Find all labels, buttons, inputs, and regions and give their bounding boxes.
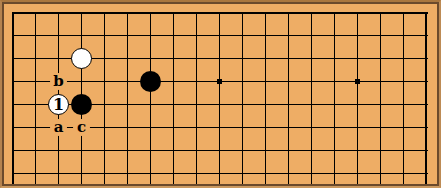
intersection-c13-r2[interactable]: [277, 24, 300, 47]
intersection-c14-r5[interactable]: [300, 93, 323, 116]
intersection-c15-r6[interactable]: [323, 116, 346, 139]
intersection-c16-r5[interactable]: [346, 93, 369, 116]
intersection-c9-r1[interactable]: [185, 1, 208, 24]
intersection-c9-r8[interactable]: [185, 162, 208, 185]
intersection-c5-r5[interactable]: [93, 93, 116, 116]
intersection-c1-r8[interactable]: [1, 162, 24, 185]
intersection-c3-r1[interactable]: [47, 1, 70, 24]
go-board: b1ac: [1, 1, 438, 185]
intersection-c18-r2[interactable]: [392, 24, 415, 47]
intersection-c7-r4[interactable]: [139, 70, 162, 93]
intersection-c3-r6[interactable]: a: [47, 116, 70, 139]
intersection-c7-r8[interactable]: [139, 162, 162, 185]
intersection-c13-r4[interactable]: [277, 70, 300, 93]
intersection-c1-r2[interactable]: [1, 24, 24, 47]
intersection-c17-r3[interactable]: [369, 47, 392, 70]
intersection-c2-r1[interactable]: [24, 1, 47, 24]
intersection-c14-r6[interactable]: [300, 116, 323, 139]
intersection-c9-r4[interactable]: [185, 70, 208, 93]
intersection-c5-r8[interactable]: [93, 162, 116, 185]
intersection-c11-r2[interactable]: [231, 24, 254, 47]
intersection-c15-r7[interactable]: [323, 139, 346, 162]
intersection-c19-r7[interactable]: [415, 139, 438, 162]
intersection-c17-r5[interactable]: [369, 93, 392, 116]
intersection-c17-r6[interactable]: [369, 116, 392, 139]
intersection-c8-r2[interactable]: [162, 24, 185, 47]
intersection-c2-r6[interactable]: [24, 116, 47, 139]
intersection-c17-r2[interactable]: [369, 24, 392, 47]
star-point: [217, 79, 222, 84]
white-stone-move-1: 1: [48, 94, 69, 115]
black-stone: [140, 71, 161, 92]
intersection-c11-r5[interactable]: [231, 93, 254, 116]
intersection-c19-r4[interactable]: [415, 70, 438, 93]
intersection-c2-r2[interactable]: [24, 24, 47, 47]
intersection-c3-r7[interactable]: [47, 139, 70, 162]
intersection-c8-r1[interactable]: [162, 1, 185, 24]
intersection-c12-r3[interactable]: [254, 47, 277, 70]
intersection-c19-r6[interactable]: [415, 116, 438, 139]
intersection-c18-r1[interactable]: [392, 1, 415, 24]
intersection-c8-r5[interactable]: [162, 93, 185, 116]
intersection-c9-r3[interactable]: [185, 47, 208, 70]
intersection-c18-r4[interactable]: [392, 70, 415, 93]
intersection-c10-r6[interactable]: [208, 116, 231, 139]
label-b: b: [50, 73, 67, 90]
intersection-c9-r2[interactable]: [185, 24, 208, 47]
intersection-c18-r6[interactable]: [392, 116, 415, 139]
label-c: c: [73, 119, 90, 136]
intersection-c3-r3[interactable]: [47, 47, 70, 70]
intersection-c5-r4[interactable]: [93, 70, 116, 93]
intersection-c8-r7[interactable]: [162, 139, 185, 162]
intersection-c13-r1[interactable]: [277, 1, 300, 24]
intersection-c17-r4[interactable]: [369, 70, 392, 93]
intersection-c10-r1[interactable]: [208, 1, 231, 24]
intersection-c1-r4[interactable]: [1, 70, 24, 93]
intersection-c7-r7[interactable]: [139, 139, 162, 162]
intersection-c5-r2[interactable]: [93, 24, 116, 47]
intersection-c5-r7[interactable]: [93, 139, 116, 162]
intersection-c14-r1[interactable]: [300, 1, 323, 24]
intersection-c11-r4[interactable]: [231, 70, 254, 93]
intersection-c8-r3[interactable]: [162, 47, 185, 70]
intersection-c14-r2[interactable]: [300, 24, 323, 47]
intersection-c2-r3[interactable]: [24, 47, 47, 70]
intersection-c19-r3[interactable]: [415, 47, 438, 70]
white-stone: [71, 48, 92, 69]
intersection-c11-r6[interactable]: [231, 116, 254, 139]
intersection-c13-r7[interactable]: [277, 139, 300, 162]
intersection-c1-r1[interactable]: [1, 1, 24, 24]
intersection-c10-r8[interactable]: [208, 162, 231, 185]
intersection-c18-r7[interactable]: [392, 139, 415, 162]
intersection-c17-r1[interactable]: [369, 1, 392, 24]
intersection-c1-r6[interactable]: [1, 116, 24, 139]
intersection-c6-r6[interactable]: [116, 116, 139, 139]
intersection-c5-r3[interactable]: [93, 47, 116, 70]
intersection-c9-r6[interactable]: [185, 116, 208, 139]
intersection-c6-r3[interactable]: [116, 47, 139, 70]
intersection-c1-r7[interactable]: [1, 139, 24, 162]
intersection-c6-r7[interactable]: [116, 139, 139, 162]
intersection-c17-r8[interactable]: [369, 162, 392, 185]
intersection-c15-r2[interactable]: [323, 24, 346, 47]
intersection-c19-r1[interactable]: [415, 1, 438, 24]
intersection-c12-r6[interactable]: [254, 116, 277, 139]
star-point: [355, 79, 360, 84]
intersection-c19-r8[interactable]: [415, 162, 438, 185]
intersection-c2-r4[interactable]: [24, 70, 47, 93]
intersection-c11-r3[interactable]: [231, 47, 254, 70]
intersection-c2-r7[interactable]: [24, 139, 47, 162]
move-number: 1: [53, 96, 64, 112]
intersection-c14-r7[interactable]: [300, 139, 323, 162]
intersection-c16-r8[interactable]: [346, 162, 369, 185]
intersection-c1-r3[interactable]: [1, 47, 24, 70]
intersection-c7-r1[interactable]: [139, 1, 162, 24]
intersection-c12-r5[interactable]: [254, 93, 277, 116]
intersection-c7-r5[interactable]: [139, 93, 162, 116]
intersection-c9-r7[interactable]: [185, 139, 208, 162]
intersection-c1-r5[interactable]: [1, 93, 24, 116]
intersection-c6-r5[interactable]: [116, 93, 139, 116]
intersection-c16-r6[interactable]: [346, 116, 369, 139]
intersection-c12-r8[interactable]: [254, 162, 277, 185]
intersection-c4-r7[interactable]: [70, 139, 93, 162]
intersection-c15-r4[interactable]: [323, 70, 346, 93]
intersection-c12-r4[interactable]: [254, 70, 277, 93]
intersection-c5-r1[interactable]: [93, 1, 116, 24]
intersection-c7-r2[interactable]: [139, 24, 162, 47]
intersection-c2-r8[interactable]: [24, 162, 47, 185]
label-a: a: [50, 119, 67, 136]
intersection-c11-r7[interactable]: [231, 139, 254, 162]
intersection-c7-r6[interactable]: [139, 116, 162, 139]
intersection-c16-r2[interactable]: [346, 24, 369, 47]
intersection-c3-r5[interactable]: 1: [47, 93, 70, 116]
intersection-c3-r2[interactable]: [47, 24, 70, 47]
go-diagram: b1ac: [0, 0, 441, 188]
intersection-c12-r1[interactable]: [254, 1, 277, 24]
intersection-c10-r2[interactable]: [208, 24, 231, 47]
intersection-c3-r4[interactable]: b: [47, 70, 70, 93]
intersection-c4-r1[interactable]: [70, 1, 93, 24]
intersection-c11-r8[interactable]: [231, 162, 254, 185]
intersection-c15-r5[interactable]: [323, 93, 346, 116]
intersection-c13-r8[interactable]: [277, 162, 300, 185]
intersection-c13-r3[interactable]: [277, 47, 300, 70]
black-stone: [71, 94, 92, 115]
intersection-c8-r6[interactable]: [162, 116, 185, 139]
intersection-c13-r6[interactable]: [277, 116, 300, 139]
intersection-c4-r6[interactable]: c: [70, 116, 93, 139]
intersection-c18-r3[interactable]: [392, 47, 415, 70]
intersection-c14-r3[interactable]: [300, 47, 323, 70]
intersection-c4-r4[interactable]: [70, 70, 93, 93]
intersection-c16-r1[interactable]: [346, 1, 369, 24]
intersection-c10-r5[interactable]: [208, 93, 231, 116]
intersection-c9-r5[interactable]: [185, 93, 208, 116]
intersection-c18-r5[interactable]: [392, 93, 415, 116]
intersection-c6-r4[interactable]: [116, 70, 139, 93]
intersection-c5-r6[interactable]: [93, 116, 116, 139]
intersection-c17-r7[interactable]: [369, 139, 392, 162]
intersection-c15-r8[interactable]: [323, 162, 346, 185]
intersection-c4-r8[interactable]: [70, 162, 93, 185]
intersection-c3-r8[interactable]: [47, 162, 70, 185]
intersection-c13-r5[interactable]: [277, 93, 300, 116]
intersection-c7-r3[interactable]: [139, 47, 162, 70]
intersection-c8-r8[interactable]: [162, 162, 185, 185]
intersection-c6-r2[interactable]: [116, 24, 139, 47]
intersection-c2-r5[interactable]: [24, 93, 47, 116]
intersection-c11-r1[interactable]: [231, 1, 254, 24]
intersection-c15-r3[interactable]: [323, 47, 346, 70]
intersection-c16-r7[interactable]: [346, 139, 369, 162]
intersection-c6-r8[interactable]: [116, 162, 139, 185]
intersection-c4-r5[interactable]: [70, 93, 93, 116]
intersection-c10-r4[interactable]: [208, 70, 231, 93]
intersection-c18-r8[interactable]: [392, 162, 415, 185]
intersection-c4-r2[interactable]: [70, 24, 93, 47]
intersection-c12-r2[interactable]: [254, 24, 277, 47]
intersection-c14-r8[interactable]: [300, 162, 323, 185]
intersection-c8-r4[interactable]: [162, 70, 185, 93]
intersection-c10-r3[interactable]: [208, 47, 231, 70]
intersection-c15-r1[interactable]: [323, 1, 346, 24]
intersection-c19-r5[interactable]: [415, 93, 438, 116]
intersection-c16-r4[interactable]: [346, 70, 369, 93]
intersection-c14-r4[interactable]: [300, 70, 323, 93]
intersection-c16-r3[interactable]: [346, 47, 369, 70]
intersection-c19-r2[interactable]: [415, 24, 438, 47]
intersection-c4-r3[interactable]: [70, 47, 93, 70]
intersection-c10-r7[interactable]: [208, 139, 231, 162]
intersection-c6-r1[interactable]: [116, 1, 139, 24]
intersection-c12-r7[interactable]: [254, 139, 277, 162]
